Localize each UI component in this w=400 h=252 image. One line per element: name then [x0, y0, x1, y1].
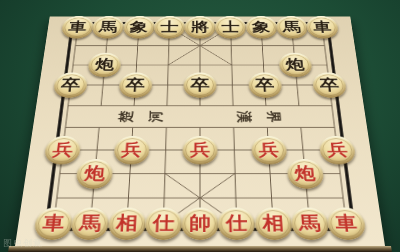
piece-bR[interactable]: 車 — [306, 16, 340, 39]
piece-bP[interactable]: 卒 — [118, 73, 153, 98]
piece-bC[interactable]: 炮 — [87, 53, 122, 77]
piece-bP[interactable]: 卒 — [183, 73, 216, 98]
piece-rA[interactable]: 仕 — [144, 208, 182, 240]
piece-rP[interactable]: 兵 — [182, 136, 217, 164]
piece-bB[interactable]: 象 — [245, 16, 278, 39]
piece-bP[interactable]: 卒 — [248, 73, 283, 98]
piece-bP[interactable]: 卒 — [52, 73, 88, 98]
piece-bN[interactable]: 馬 — [275, 16, 308, 39]
xiangqi-board: 楚河 漢界 車馬象士將士象馬車炮炮卒卒卒卒卒兵兵兵兵兵炮炮車馬相仕帥仕相馬車 — [15, 16, 385, 246]
piece-rP[interactable]: 兵 — [318, 136, 356, 164]
piece-rP[interactable]: 兵 — [43, 136, 81, 164]
piece-rR[interactable]: 車 — [326, 208, 367, 240]
piece-rC[interactable]: 炮 — [75, 159, 113, 189]
piece-rP[interactable]: 兵 — [251, 136, 288, 164]
table-felt: 楚河 漢界 車馬象士將士象馬車炮炮卒卒卒卒卒兵兵兵兵兵炮炮車馬相仕帥仕相馬車 图… — [0, 0, 400, 252]
piece-bK[interactable]: 將 — [184, 16, 216, 39]
piece-rA[interactable]: 仕 — [218, 208, 256, 240]
piece-rN[interactable]: 馬 — [70, 208, 110, 240]
piece-rB[interactable]: 相 — [254, 208, 293, 240]
piece-rK[interactable]: 帥 — [181, 208, 219, 240]
watermark: 图虫创意 — [3, 237, 43, 250]
piece-bC[interactable]: 炮 — [278, 53, 313, 77]
piece-rC[interactable]: 炮 — [286, 159, 324, 189]
piece-bN[interactable]: 馬 — [91, 16, 124, 39]
piece-rR[interactable]: 車 — [33, 208, 74, 240]
piece-bP[interactable]: 卒 — [312, 73, 348, 98]
piece-bA[interactable]: 士 — [153, 16, 185, 39]
piece-bR[interactable]: 車 — [61, 16, 95, 39]
piece-rP[interactable]: 兵 — [113, 136, 150, 164]
piece-bA[interactable]: 士 — [215, 16, 247, 39]
piece-rB[interactable]: 相 — [107, 208, 146, 240]
pieces-layer: 車馬象士將士象馬車炮炮卒卒卒卒卒兵兵兵兵兵炮炮車馬相仕帥仕相馬車 — [15, 16, 385, 246]
piece-bB[interactable]: 象 — [122, 16, 155, 39]
piece-rN[interactable]: 馬 — [290, 208, 330, 240]
